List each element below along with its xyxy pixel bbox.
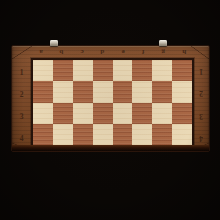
coordinate-label: 3 xyxy=(193,106,209,128)
coordinate-label: 2 xyxy=(193,83,209,105)
square-f2 xyxy=(132,81,152,102)
square-e2 xyxy=(113,81,133,102)
square-d1 xyxy=(93,60,113,81)
rank-labels-left: 1234 xyxy=(12,58,31,147)
coordinate-label: c xyxy=(72,46,92,58)
square-f1 xyxy=(132,60,152,81)
square-b4 xyxy=(53,124,73,145)
square-a1 xyxy=(33,60,53,81)
square-h4 xyxy=(172,124,192,145)
square-a2 xyxy=(33,81,53,102)
coordinate-label: d xyxy=(92,46,112,58)
square-b1 xyxy=(53,60,73,81)
coordinate-label: e xyxy=(113,46,133,58)
coordinate-label: f xyxy=(133,46,153,58)
coordinate-label: 1 xyxy=(193,61,209,83)
square-g4 xyxy=(152,124,172,145)
coordinate-label: a xyxy=(31,46,51,58)
square-b2 xyxy=(53,81,73,102)
square-b3 xyxy=(53,103,73,124)
photo-background: abcdefgh 1234 1234 xyxy=(0,0,220,220)
square-g2 xyxy=(152,81,172,102)
coordinate-label: g xyxy=(153,46,173,58)
square-e3 xyxy=(113,103,133,124)
rank-labels-right: 1234 xyxy=(193,58,209,147)
frame-corner-seam xyxy=(12,46,32,59)
hinge-icon xyxy=(159,40,167,46)
coordinate-label: 3 xyxy=(12,106,31,128)
square-f3 xyxy=(132,103,152,124)
square-a4 xyxy=(33,124,53,145)
coordinate-label: b xyxy=(51,46,71,58)
square-a3 xyxy=(33,103,53,124)
board-front-edge xyxy=(12,145,209,151)
chess-board-box: abcdefgh 1234 1234 xyxy=(11,45,210,152)
coordinate-label: h xyxy=(174,46,194,58)
coordinate-label: 1 xyxy=(12,61,31,83)
square-e4 xyxy=(113,124,133,145)
square-c2 xyxy=(73,81,93,102)
square-e1 xyxy=(113,60,133,81)
square-h3 xyxy=(172,103,192,124)
square-c3 xyxy=(73,103,93,124)
square-d4 xyxy=(93,124,113,145)
board-squares xyxy=(31,58,194,147)
coordinate-label: 2 xyxy=(12,83,31,105)
square-c1 xyxy=(73,60,93,81)
square-d3 xyxy=(93,103,113,124)
square-g3 xyxy=(152,103,172,124)
square-c4 xyxy=(73,124,93,145)
square-h2 xyxy=(172,81,192,102)
file-labels-top: abcdefgh xyxy=(31,46,194,58)
square-f4 xyxy=(132,124,152,145)
square-d2 xyxy=(93,81,113,102)
square-g1 xyxy=(152,60,172,81)
hinge-icon xyxy=(50,40,58,46)
square-h1 xyxy=(172,60,192,81)
